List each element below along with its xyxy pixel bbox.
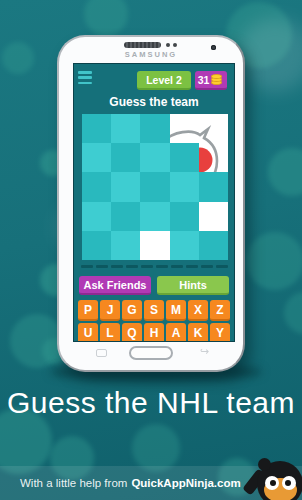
app-store-screenshot: SAMSUNG Level 2 31 Guess the team [0, 0, 302, 500]
phone-frame: SAMSUNG Level 2 31 Guess the team [57, 35, 245, 372]
bokeh-circle [84, 0, 128, 36]
answer-slot [126, 265, 138, 268]
letter-key-q[interactable]: Q [122, 323, 142, 342]
covered-tile[interactable] [199, 231, 228, 260]
letter-key-m[interactable]: M [166, 300, 186, 321]
coin-stack-icon [211, 74, 224, 85]
covered-tile[interactable] [140, 143, 169, 172]
speaker-grille [124, 42, 161, 48]
covered-tile[interactable] [111, 231, 140, 260]
letter-key-a[interactable]: A [166, 323, 186, 342]
device-brand: SAMSUNG [59, 50, 243, 59]
hamburger-menu-icon[interactable] [78, 71, 94, 84]
letter-key-u[interactable]: U [78, 323, 98, 342]
bokeh-circle [246, 232, 302, 290]
covered-tile[interactable] [82, 231, 111, 260]
letter-key-h[interactable]: H [144, 323, 164, 342]
proximity-sensor [166, 43, 170, 47]
letter-key-s[interactable]: S [144, 300, 164, 321]
bokeh-circle [2, 42, 34, 74]
covered-tile[interactable] [170, 172, 199, 201]
covered-tile[interactable] [170, 143, 199, 172]
app-header: Level 2 31 [74, 64, 234, 90]
letter-key-z[interactable]: Z [210, 300, 230, 321]
bokeh-circle [132, 424, 180, 472]
answer-slots [74, 265, 234, 268]
puzzle-title: Guess the team [74, 95, 234, 109]
ninja-mascot [249, 455, 302, 500]
home-button[interactable] [129, 346, 173, 360]
covered-tile[interactable] [82, 202, 111, 231]
hints-button[interactable]: Hints [157, 276, 229, 295]
coins-count: 31 [198, 74, 210, 86]
bokeh-circle [284, 292, 302, 334]
letter-key-y[interactable]: Y [210, 323, 230, 342]
ninja-topknot [258, 458, 271, 471]
letter-key-l[interactable]: L [100, 323, 120, 342]
bokeh-circle [10, 314, 64, 368]
ninja-right-eye [282, 476, 296, 490]
hints-label: Hints [179, 279, 207, 291]
app-screen: Level 2 31 Guess the team [73, 63, 235, 342]
footer-brand: QuickAppNinja.com [131, 477, 240, 489]
answer-slot [201, 265, 213, 268]
letter-key-x[interactable]: X [188, 300, 208, 321]
answer-slot [216, 265, 228, 268]
level-button[interactable]: Level 2 [137, 71, 191, 90]
covered-tile[interactable] [111, 172, 140, 201]
letter-key-p[interactable]: P [78, 300, 98, 321]
covered-tile[interactable] [82, 114, 111, 143]
answer-slot [156, 265, 168, 268]
footer-text: With a little help from [20, 477, 127, 489]
covered-tile[interactable] [111, 202, 140, 231]
answer-slot [186, 265, 198, 268]
revealed-tile [199, 202, 228, 231]
covered-tile[interactable] [170, 202, 199, 231]
ninja-left-eye [265, 476, 279, 490]
letter-key-k[interactable]: K [188, 323, 208, 342]
answer-slot [81, 265, 93, 268]
revealed-tile [140, 231, 169, 260]
bokeh-circle [268, 148, 302, 196]
letter-key-j[interactable]: J [100, 300, 120, 321]
coins-button[interactable]: 31 [195, 71, 227, 90]
revealed-tile [199, 143, 228, 172]
covered-tile[interactable] [82, 172, 111, 201]
bokeh-circle [238, 18, 302, 92]
letter-keyboard: PJGSMXZULQHAKY [74, 300, 234, 342]
covered-tile[interactable] [140, 202, 169, 231]
back-button[interactable]: ↩ [200, 345, 209, 358]
covered-tile[interactable] [82, 143, 111, 172]
covered-tile[interactable] [111, 114, 140, 143]
level-label: Level 2 [146, 74, 182, 86]
answer-slot [96, 265, 108, 268]
answer-slot [141, 265, 153, 268]
ask-friends-button[interactable]: Ask Friends [79, 276, 151, 295]
light-sensor [173, 43, 177, 47]
covered-tile[interactable] [140, 172, 169, 201]
letter-key-g[interactable]: G [122, 300, 142, 321]
covered-tile[interactable] [111, 143, 140, 172]
answer-slot [171, 265, 183, 268]
ninja-head [257, 461, 302, 500]
recents-button[interactable] [96, 349, 107, 357]
promo-headline: Guess the NHL team [0, 386, 302, 420]
covered-tile[interactable] [199, 172, 228, 201]
revealed-tile [199, 114, 228, 143]
revealed-tile [170, 114, 199, 143]
action-buttons: Ask Friends Hints [74, 276, 234, 295]
puzzle-grid [82, 114, 228, 260]
covered-tile[interactable] [170, 231, 199, 260]
covered-tile[interactable] [140, 114, 169, 143]
answer-slot [111, 265, 123, 268]
ask-friends-label: Ask Friends [84, 279, 147, 291]
